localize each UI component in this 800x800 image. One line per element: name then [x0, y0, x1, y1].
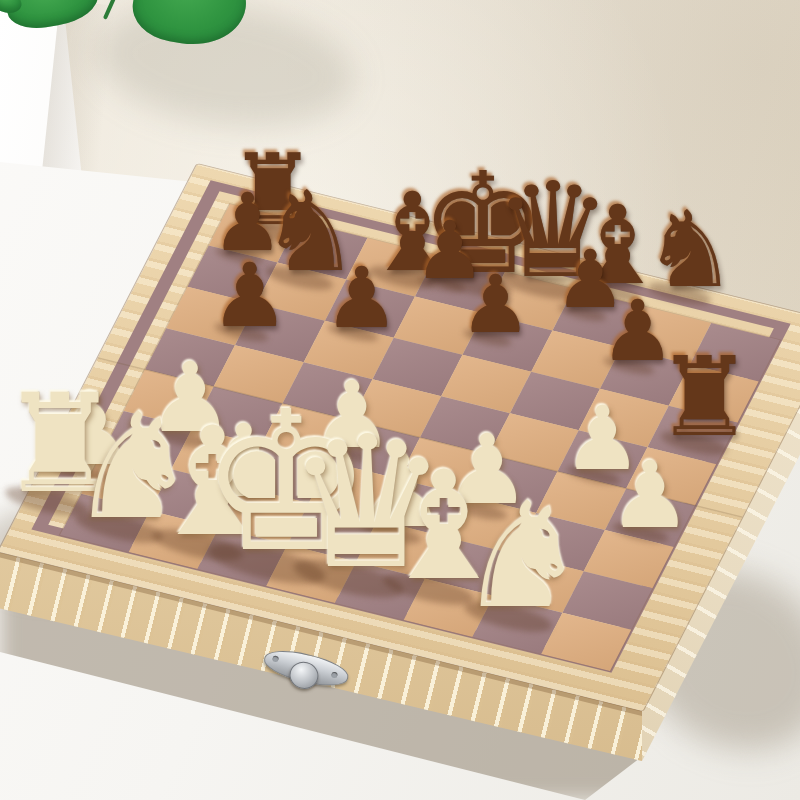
piece-black-pawn-e7[interactable]: ♟: [456, 265, 536, 345]
piece-white-knight-g1[interactable]: ♞: [450, 483, 596, 629]
piece-white-pawn-h4[interactable]: ♟: [604, 449, 696, 541]
piece-black-rook-h6[interactable]: ♜: [650, 343, 760, 453]
piece-black-pawn-b5[interactable]: ♟: [206, 252, 294, 340]
piece-black-pawn-c6[interactable]: ♟: [320, 257, 404, 341]
